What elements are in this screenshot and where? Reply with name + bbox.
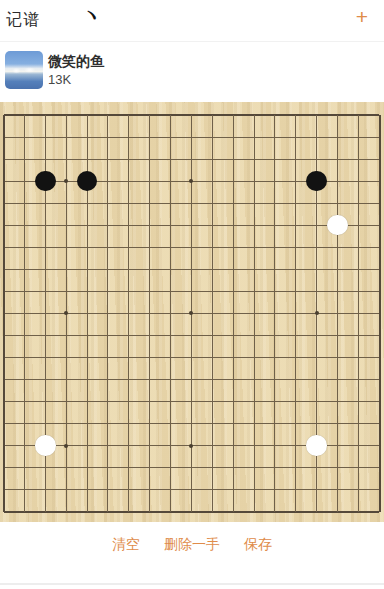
board-intersection[interactable] [77, 126, 98, 148]
board-intersection[interactable] [348, 369, 369, 391]
board-intersection[interactable] [56, 126, 77, 148]
board-intersection[interactable] [97, 258, 118, 280]
board-intersection[interactable] [118, 192, 139, 214]
board-intersection[interactable] [97, 369, 118, 391]
board-intersection[interactable] [202, 126, 223, 148]
board-intersection[interactable] [327, 258, 348, 280]
board-intersection[interactable] [97, 170, 118, 192]
board-intersection[interactable] [327, 236, 348, 258]
board-intersection[interactable] [0, 501, 14, 522]
board-intersection[interactable] [14, 479, 35, 501]
board-intersection[interactable] [35, 148, 56, 170]
board-intersection[interactable] [160, 435, 181, 457]
board-intersection[interactable] [139, 280, 160, 302]
board-intersection[interactable] [97, 457, 118, 479]
board-intersection[interactable] [369, 501, 384, 522]
board-intersection[interactable] [181, 214, 202, 236]
board-intersection[interactable] [264, 170, 285, 192]
board-intersection[interactable] [56, 457, 77, 479]
board-intersection[interactable] [306, 501, 327, 522]
board-intersection[interactable] [181, 192, 202, 214]
board-intersection[interactable] [181, 324, 202, 346]
board-intersection[interactable] [369, 126, 384, 148]
board-intersection[interactable] [202, 170, 223, 192]
board-intersection[interactable] [0, 413, 14, 435]
board-intersection[interactable] [14, 214, 35, 236]
board-intersection[interactable] [77, 435, 98, 457]
board-intersection[interactable] [285, 501, 306, 522]
board-intersection[interactable] [56, 236, 77, 258]
board-intersection[interactable] [56, 170, 77, 192]
board-intersection[interactable] [118, 501, 139, 522]
board-intersection[interactable] [223, 148, 244, 170]
board-intersection[interactable] [0, 126, 14, 148]
board-intersection[interactable] [202, 104, 223, 126]
board-intersection[interactable] [160, 148, 181, 170]
board-intersection[interactable] [223, 126, 244, 148]
board-intersection[interactable] [0, 214, 14, 236]
board-intersection[interactable] [244, 104, 265, 126]
board-intersection[interactable] [306, 391, 327, 413]
board-intersection[interactable] [139, 192, 160, 214]
board-intersection[interactable] [264, 457, 285, 479]
board-intersection[interactable] [56, 346, 77, 368]
board-intersection[interactable] [77, 258, 98, 280]
board-intersection[interactable] [202, 369, 223, 391]
board-intersection[interactable] [369, 214, 384, 236]
board-intersection[interactable] [97, 126, 118, 148]
board-intersection[interactable] [223, 170, 244, 192]
board-intersection[interactable] [306, 324, 327, 346]
board-intersection[interactable] [285, 280, 306, 302]
board-intersection[interactable] [223, 258, 244, 280]
board-intersection[interactable] [306, 346, 327, 368]
board-intersection[interactable] [118, 391, 139, 413]
board-intersection[interactable] [369, 302, 384, 324]
board-intersection[interactable] [118, 258, 139, 280]
board-intersection[interactable] [202, 302, 223, 324]
board-intersection[interactable] [327, 126, 348, 148]
board-intersection[interactable] [35, 346, 56, 368]
board-intersection[interactable] [327, 280, 348, 302]
board-intersection[interactable] [223, 435, 244, 457]
board-intersection[interactable] [181, 391, 202, 413]
board-intersection[interactable] [139, 236, 160, 258]
board-intersection[interactable] [139, 413, 160, 435]
save-button[interactable]: 保存 [244, 536, 272, 552]
board-intersection[interactable] [348, 170, 369, 192]
board-intersection[interactable] [285, 104, 306, 126]
board-intersection[interactable] [244, 369, 265, 391]
board-intersection[interactable] [14, 236, 35, 258]
board-intersection[interactable] [348, 126, 369, 148]
board-intersection[interactable] [118, 413, 139, 435]
board-intersection[interactable] [264, 435, 285, 457]
board-intersection[interactable] [369, 104, 384, 126]
board-intersection[interactable] [181, 280, 202, 302]
board-intersection[interactable] [0, 170, 14, 192]
board-intersection[interactable] [77, 104, 98, 126]
board-intersection[interactable] [223, 346, 244, 368]
board-intersection[interactable] [56, 369, 77, 391]
board-intersection[interactable] [160, 324, 181, 346]
board-intersection[interactable] [56, 280, 77, 302]
board-intersection[interactable] [35, 324, 56, 346]
board-intersection[interactable] [35, 104, 56, 126]
board-intersection[interactable] [139, 302, 160, 324]
board-intersection[interactable] [369, 435, 384, 457]
board-intersection[interactable] [118, 170, 139, 192]
board-intersection[interactable] [264, 258, 285, 280]
board-intersection[interactable] [202, 236, 223, 258]
board-intersection[interactable] [97, 479, 118, 501]
board-intersection[interactable] [327, 148, 348, 170]
board-intersection[interactable] [264, 369, 285, 391]
board-intersection[interactable] [264, 126, 285, 148]
board-intersection[interactable] [97, 148, 118, 170]
board-intersection[interactable] [0, 148, 14, 170]
board-intersection[interactable] [118, 126, 139, 148]
board-intersection[interactable] [264, 501, 285, 522]
board-intersection[interactable] [118, 457, 139, 479]
board-intersection[interactable] [369, 170, 384, 192]
board-intersection[interactable] [35, 258, 56, 280]
board-intersection[interactable] [369, 479, 384, 501]
board-intersection[interactable] [139, 479, 160, 501]
board-intersection[interactable] [160, 391, 181, 413]
board-intersection[interactable] [181, 302, 202, 324]
go-board[interactable] [0, 102, 384, 522]
board-intersection[interactable] [97, 391, 118, 413]
board-intersection[interactable] [0, 192, 14, 214]
board-intersection[interactable] [139, 126, 160, 148]
board-intersection[interactable] [160, 126, 181, 148]
board-intersection[interactable] [56, 192, 77, 214]
board-intersection[interactable] [223, 501, 244, 522]
board-intersection[interactable] [160, 369, 181, 391]
board-intersection[interactable] [77, 324, 98, 346]
board-intersection[interactable] [181, 148, 202, 170]
board-intersection[interactable] [160, 236, 181, 258]
board-intersection[interactable] [327, 104, 348, 126]
board-intersection[interactable] [306, 413, 327, 435]
board-intersection[interactable] [264, 391, 285, 413]
board-intersection[interactable] [14, 126, 35, 148]
board-intersection[interactable] [223, 236, 244, 258]
board-intersection[interactable] [139, 457, 160, 479]
board-intersection[interactable] [160, 413, 181, 435]
board-intersection[interactable] [139, 346, 160, 368]
board-intersection[interactable] [202, 435, 223, 457]
board-intersection[interactable] [306, 192, 327, 214]
board-intersection[interactable] [244, 236, 265, 258]
board-intersection[interactable] [202, 413, 223, 435]
board-intersection[interactable] [348, 302, 369, 324]
board-intersection[interactable] [202, 214, 223, 236]
board-intersection[interactable] [348, 236, 369, 258]
board-intersection[interactable] [223, 214, 244, 236]
board-intersection[interactable] [306, 170, 327, 192]
board-intersection[interactable] [77, 192, 98, 214]
board-intersection[interactable] [285, 170, 306, 192]
board-intersection[interactable] [348, 457, 369, 479]
board-intersection[interactable] [77, 214, 98, 236]
board-intersection[interactable] [202, 501, 223, 522]
board-intersection[interactable] [306, 280, 327, 302]
board-intersection[interactable] [56, 501, 77, 522]
board-intersection[interactable] [306, 236, 327, 258]
board-intersection[interactable] [285, 391, 306, 413]
board-intersection[interactable] [285, 479, 306, 501]
board-intersection[interactable] [35, 302, 56, 324]
profile-row[interactable]: 微笑的鱼 13K [0, 42, 384, 102]
board-intersection[interactable] [244, 192, 265, 214]
board-intersection[interactable] [181, 479, 202, 501]
board-intersection[interactable] [327, 479, 348, 501]
board-intersection[interactable] [181, 126, 202, 148]
board-intersection[interactable] [348, 104, 369, 126]
board-intersection[interactable] [56, 214, 77, 236]
board-intersection[interactable] [77, 391, 98, 413]
board-intersection[interactable] [244, 479, 265, 501]
board-intersection[interactable] [77, 236, 98, 258]
board-intersection[interactable] [0, 369, 14, 391]
board-intersection[interactable] [118, 148, 139, 170]
board-intersection[interactable] [139, 214, 160, 236]
board-intersection[interactable] [327, 501, 348, 522]
board-intersection[interactable] [202, 148, 223, 170]
board-intersection[interactable] [97, 104, 118, 126]
board-intersection[interactable] [0, 236, 14, 258]
board-intersection[interactable] [285, 369, 306, 391]
board-intersection[interactable] [118, 479, 139, 501]
board-intersection[interactable] [14, 302, 35, 324]
board-intersection[interactable] [181, 236, 202, 258]
board-intersection[interactable] [14, 148, 35, 170]
board-intersection[interactable] [139, 258, 160, 280]
board-intersection[interactable] [223, 479, 244, 501]
board-intersection[interactable] [77, 369, 98, 391]
board-intersection[interactable] [369, 280, 384, 302]
board-intersection[interactable] [348, 435, 369, 457]
board-intersection[interactable] [181, 435, 202, 457]
board-intersection[interactable] [223, 104, 244, 126]
board-intersection[interactable] [14, 258, 35, 280]
board-intersection[interactable] [223, 457, 244, 479]
board-intersection[interactable] [285, 236, 306, 258]
board-intersection[interactable] [181, 413, 202, 435]
board-intersection[interactable] [160, 346, 181, 368]
board-intersection[interactable] [202, 457, 223, 479]
board-intersection[interactable] [348, 479, 369, 501]
board-intersection[interactable] [327, 192, 348, 214]
board-intersection[interactable] [348, 148, 369, 170]
board-intersection[interactable] [369, 369, 384, 391]
board-intersection[interactable] [35, 170, 56, 192]
board-intersection[interactable] [56, 148, 77, 170]
board-intersection[interactable] [327, 302, 348, 324]
board-intersection[interactable] [14, 435, 35, 457]
board-intersection[interactable] [77, 346, 98, 368]
board-intersection[interactable] [77, 302, 98, 324]
board-intersection[interactable] [139, 170, 160, 192]
board-intersection[interactable] [160, 170, 181, 192]
board-intersection[interactable] [35, 435, 56, 457]
board-intersection[interactable] [327, 435, 348, 457]
board-intersection[interactable] [56, 479, 77, 501]
board-intersection[interactable] [202, 192, 223, 214]
board-intersection[interactable] [118, 236, 139, 258]
board-intersection[interactable] [306, 148, 327, 170]
board-intersection[interactable] [77, 457, 98, 479]
board-intersection[interactable] [348, 280, 369, 302]
board-intersection[interactable] [35, 413, 56, 435]
board-intersection[interactable] [244, 126, 265, 148]
board-intersection[interactable] [348, 346, 369, 368]
board-intersection[interactable] [327, 214, 348, 236]
board-intersection[interactable] [118, 369, 139, 391]
board-intersection[interactable] [14, 501, 35, 522]
board-intersection[interactable] [202, 258, 223, 280]
board-intersection[interactable] [14, 413, 35, 435]
board-intersection[interactable] [160, 258, 181, 280]
board-intersection[interactable] [285, 413, 306, 435]
board-intersection[interactable] [223, 324, 244, 346]
board-intersection[interactable] [369, 457, 384, 479]
board-intersection[interactable] [118, 435, 139, 457]
board-intersection[interactable] [369, 346, 384, 368]
board-intersection[interactable] [97, 346, 118, 368]
board-intersection[interactable] [160, 192, 181, 214]
board-intersection[interactable] [0, 258, 14, 280]
board-intersection[interactable] [0, 479, 14, 501]
board-intersection[interactable] [348, 501, 369, 522]
board-intersection[interactable] [97, 302, 118, 324]
board-intersection[interactable] [0, 391, 14, 413]
board-intersection[interactable] [77, 501, 98, 522]
board-intersection[interactable] [139, 435, 160, 457]
board-intersection[interactable] [0, 457, 14, 479]
board-intersection[interactable] [223, 391, 244, 413]
board-intersection[interactable] [97, 236, 118, 258]
board-intersection[interactable] [327, 369, 348, 391]
board-intersection[interactable] [181, 501, 202, 522]
board-intersection[interactable] [264, 302, 285, 324]
board-intersection[interactable] [244, 148, 265, 170]
board-intersection[interactable] [369, 258, 384, 280]
board-intersection[interactable] [139, 104, 160, 126]
board-intersection[interactable] [306, 457, 327, 479]
board-intersection[interactable] [181, 457, 202, 479]
board-intersection[interactable] [285, 258, 306, 280]
board-intersection[interactable] [160, 457, 181, 479]
board-intersection[interactable] [77, 280, 98, 302]
board-intersection[interactable] [306, 369, 327, 391]
board-intersection[interactable] [348, 391, 369, 413]
board-intersection[interactable] [35, 457, 56, 479]
board-intersection[interactable] [0, 280, 14, 302]
board-intersection[interactable] [244, 391, 265, 413]
board-intersection[interactable] [35, 479, 56, 501]
undo-move-button[interactable]: 删除一手 [164, 536, 220, 552]
board-intersection[interactable] [223, 192, 244, 214]
board-intersection[interactable] [223, 302, 244, 324]
board-intersection[interactable] [285, 192, 306, 214]
board-intersection[interactable] [160, 214, 181, 236]
board-intersection[interactable] [264, 148, 285, 170]
board-intersection[interactable] [181, 170, 202, 192]
board-intersection[interactable] [306, 104, 327, 126]
board-intersection[interactable] [118, 214, 139, 236]
board-intersection[interactable] [369, 192, 384, 214]
board-intersection[interactable] [77, 413, 98, 435]
board-intersection[interactable] [56, 391, 77, 413]
board-intersection[interactable] [264, 479, 285, 501]
board-intersection[interactable] [118, 280, 139, 302]
board-intersection[interactable] [244, 435, 265, 457]
board-intersection[interactable] [56, 435, 77, 457]
board-intersection[interactable] [35, 280, 56, 302]
board-intersection[interactable] [139, 324, 160, 346]
board-intersection[interactable] [77, 170, 98, 192]
board-intersection[interactable] [264, 280, 285, 302]
board-intersection[interactable] [160, 280, 181, 302]
board-intersection[interactable] [35, 192, 56, 214]
board-intersection[interactable] [14, 324, 35, 346]
board-intersection[interactable] [139, 148, 160, 170]
board-intersection[interactable] [369, 391, 384, 413]
board-intersection[interactable] [202, 280, 223, 302]
board-intersection[interactable] [0, 104, 14, 126]
board-intersection[interactable] [244, 214, 265, 236]
board-intersection[interactable] [160, 479, 181, 501]
board-intersection[interactable] [244, 324, 265, 346]
board-intersection[interactable] [264, 214, 285, 236]
board-intersection[interactable] [181, 104, 202, 126]
board-intersection[interactable] [264, 104, 285, 126]
board-intersection[interactable] [139, 391, 160, 413]
board-intersection[interactable] [264, 192, 285, 214]
board-intersection[interactable] [35, 391, 56, 413]
board-intersection[interactable] [306, 479, 327, 501]
board-intersection[interactable] [306, 258, 327, 280]
board-intersection[interactable] [348, 413, 369, 435]
board-intersection[interactable] [14, 457, 35, 479]
board-intersection[interactable] [181, 258, 202, 280]
board-intersection[interactable] [285, 346, 306, 368]
board-intersection[interactable] [327, 391, 348, 413]
board-intersection[interactable] [0, 346, 14, 368]
board-intersection[interactable] [223, 280, 244, 302]
board-intersection[interactable] [77, 148, 98, 170]
board-intersection[interactable] [35, 126, 56, 148]
board-intersection[interactable] [244, 302, 265, 324]
board-intersection[interactable] [327, 346, 348, 368]
board-intersection[interactable] [0, 324, 14, 346]
board-intersection[interactable] [139, 369, 160, 391]
board-intersection[interactable] [348, 258, 369, 280]
board-intersection[interactable] [97, 435, 118, 457]
board-intersection[interactable] [285, 126, 306, 148]
board-intersection[interactable] [244, 280, 265, 302]
board-intersection[interactable] [202, 324, 223, 346]
board-intersection[interactable] [264, 324, 285, 346]
board-intersection[interactable] [35, 369, 56, 391]
board-intersection[interactable] [181, 369, 202, 391]
board-intersection[interactable] [369, 236, 384, 258]
board-intersection[interactable] [35, 236, 56, 258]
board-intersection[interactable] [56, 413, 77, 435]
